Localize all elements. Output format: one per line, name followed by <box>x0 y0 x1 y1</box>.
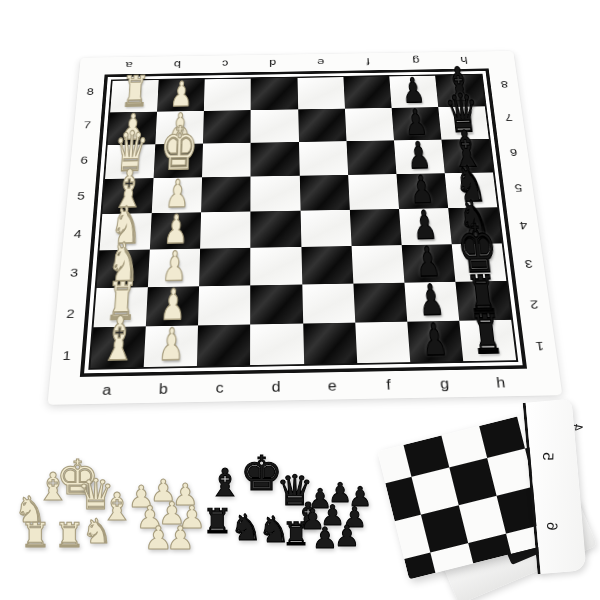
rank-label: 2 <box>529 299 539 311</box>
board-square <box>302 284 355 324</box>
black-pawn-piece: ♟ <box>411 206 438 246</box>
white-pawn-piece: ♟ <box>169 77 193 112</box>
board-square <box>197 324 250 366</box>
rank-label: 6 <box>80 154 88 165</box>
white-figures-group: ♞♝♚♛♝♜♜♞ <box>14 452 134 582</box>
rank-label: 7 <box>505 113 514 123</box>
black-pawn-piece: ♟ <box>409 171 436 209</box>
board-frame: ♜♟♟♝♟♟♟♛♛♚♟♝♝♟♟♞♞♟♟♞♞♟♟♚♜♟♟♜♝♟♟♜ <box>80 68 527 376</box>
board-square: ♟ <box>146 286 199 326</box>
board-square: ♟ <box>399 208 452 245</box>
board-square <box>349 209 401 246</box>
black-pawn-piece: ♟ <box>420 318 449 362</box>
rank-label: 1 <box>535 340 545 353</box>
rank-label: 4 <box>73 228 82 240</box>
board-square: ♞ <box>445 172 498 208</box>
board-square <box>300 210 351 247</box>
white-pawn-piece: ♟ <box>120 110 145 146</box>
board-square <box>202 143 251 178</box>
rank-label: 3 <box>70 266 79 278</box>
file-label: f <box>366 57 370 67</box>
product-photo-scene: abcdefgh 87654321 ♜♟♟♝♟♟♟♛♛♚♟♝♝♟♟♞♞♟♟♞♞♟… <box>0 0 600 600</box>
file-label: e <box>317 58 324 68</box>
rank-label: 3 <box>524 259 533 271</box>
board-square: ♝ <box>90 326 146 368</box>
file-label: c <box>222 59 228 69</box>
file-label: a <box>102 383 112 397</box>
board-square: ♚ <box>154 144 204 179</box>
board-square <box>298 109 346 142</box>
rank-label: 8 <box>500 80 508 90</box>
black-pawn-figure: ♟ <box>334 522 360 551</box>
board-square: ♝ <box>102 178 153 214</box>
black-pawn-piece: ♟ <box>417 279 445 322</box>
board-square <box>348 174 399 210</box>
board-square: ♟ <box>394 140 445 174</box>
board-square: ♞ <box>448 207 502 244</box>
file-label: e <box>328 379 337 393</box>
board-square <box>251 211 301 248</box>
file-label: b <box>159 382 168 396</box>
board-square: ♟ <box>396 173 448 209</box>
board-square: ♜ <box>459 320 516 361</box>
board-square: ♟ <box>404 282 459 322</box>
board-square: ♜ <box>455 281 511 321</box>
vinyl-board-mat: abcdefgh 87654321 ♜♟♟♝♟♟♟♛♛♚♟♝♝♟♟♞♞♟♟♞♞♟… <box>47 51 562 405</box>
white-pawn-piece: ♟ <box>168 109 192 145</box>
board-square <box>204 79 251 111</box>
rank-label: 1 <box>62 349 71 362</box>
black-pawn-piece: ♟ <box>403 105 429 141</box>
board-square <box>345 108 394 141</box>
board-square <box>351 245 404 283</box>
board-square: ♜ <box>94 287 148 327</box>
board-square: ♜ <box>110 80 159 112</box>
white-rook-piece: ♜ <box>120 70 150 113</box>
file-label: f <box>386 378 391 392</box>
board-perspective-wrap: abcdefgh 87654321 ♜♟♟♝♟♟♟♛♛♚♟♝♝♟♟♞♞♟♟♞♞♟… <box>47 51 562 405</box>
board-square: ♟ <box>152 177 202 213</box>
rank-label: 7 <box>83 120 91 130</box>
board-square <box>251 142 300 177</box>
board-square: ♟ <box>150 212 201 249</box>
board-square: ♞ <box>97 250 150 289</box>
black-pawn-piece: ♟ <box>401 74 426 108</box>
board-square: ♛ <box>438 106 489 139</box>
file-label: g <box>440 377 450 391</box>
rank-label: 4 <box>519 220 528 231</box>
board-square: ♝ <box>435 75 485 107</box>
black-bishop-figure: ♝ <box>208 464 242 502</box>
board-square <box>299 141 348 176</box>
black-pawns-group: ♟♟♟♟♟♟♟♟ <box>300 478 420 600</box>
board-square <box>251 109 299 142</box>
fold-number: 6 <box>545 522 561 532</box>
rank-label: 6 <box>509 147 518 158</box>
file-label: a <box>125 61 133 71</box>
file-label: b <box>173 60 180 70</box>
board-square: ♟ <box>148 249 200 288</box>
black-rook-figure: ♜ <box>202 504 232 538</box>
board-square <box>353 283 407 323</box>
board-square <box>346 140 396 174</box>
board-square: ♚ <box>452 243 507 281</box>
board-square: ♟ <box>144 325 198 367</box>
black-pawn-piece: ♟ <box>406 138 432 175</box>
board-square: ♟ <box>407 321 463 362</box>
board-square: ♟ <box>401 244 455 282</box>
board-square: ♟ <box>389 76 438 108</box>
file-label: d <box>272 380 281 394</box>
rank-label: 5 <box>514 183 523 194</box>
black-pawn-piece: ♟ <box>414 242 442 283</box>
white-pawn-piece: ♟ <box>165 175 190 213</box>
board-square <box>303 323 357 364</box>
rank-label: 8 <box>86 86 94 96</box>
board-square: ♛ <box>105 144 155 179</box>
white-knight-figure: ♞ <box>82 514 112 548</box>
file-label: c <box>216 381 224 395</box>
rank-label: 5 <box>77 190 86 201</box>
board-square <box>203 110 251 143</box>
board-square <box>201 177 251 213</box>
board-square <box>251 78 298 110</box>
board-square <box>251 247 302 286</box>
board-squares-grid: ♜♟♟♝♟♟♟♛♛♚♟♝♝♟♟♞♞♟♟♞♞♟♟♚♜♟♟♜♝♟♟♜ <box>88 74 518 370</box>
file-label: h <box>460 55 468 65</box>
board-square: ♝ <box>441 139 493 173</box>
rank-label: 2 <box>66 307 75 319</box>
board-square <box>251 285 303 325</box>
board-square <box>343 76 391 108</box>
board-square: ♟ <box>157 79 205 111</box>
board-square: ♟ <box>155 111 204 144</box>
board-square <box>297 77 345 109</box>
white-pawn-piece: ♟ <box>159 284 186 327</box>
board-square: ♟ <box>108 112 157 145</box>
white-pawn-piece: ♟ <box>158 323 185 368</box>
board-square <box>200 212 250 249</box>
board-square <box>198 285 250 325</box>
board-square <box>250 324 303 366</box>
white-rook-figure: ♜ <box>54 518 84 552</box>
board-square: ♞ <box>100 213 152 250</box>
white-pawn-figure: ♟ <box>166 522 195 554</box>
board-square <box>299 175 349 211</box>
board-square: ♟ <box>391 107 441 140</box>
white-pawn-piece: ♟ <box>163 210 189 250</box>
file-label: d <box>269 58 276 68</box>
fold-number: 5 <box>541 452 556 461</box>
board-square <box>355 322 410 363</box>
board-square <box>251 176 300 212</box>
board-square <box>199 248 250 287</box>
board-square <box>301 246 353 284</box>
file-label: h <box>496 376 506 390</box>
file-label: g <box>412 56 420 66</box>
white-rook-figure: ♜ <box>20 518 50 552</box>
white-pawn-piece: ♟ <box>161 246 187 287</box>
